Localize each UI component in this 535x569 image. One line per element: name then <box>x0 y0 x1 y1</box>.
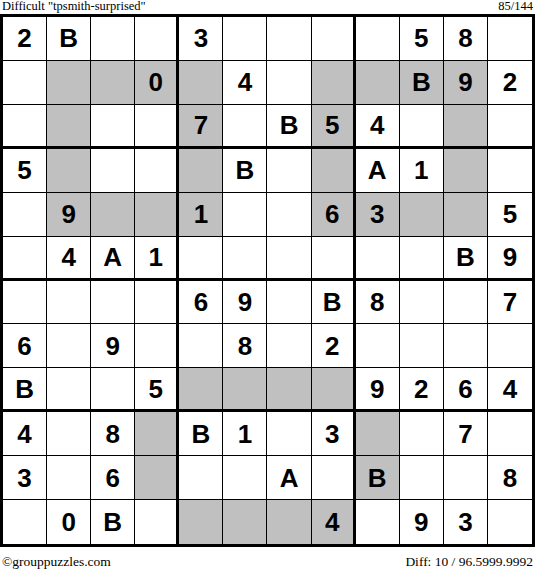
puzzle-number: 85/144 <box>498 0 533 13</box>
cell-r12c5[interactable] <box>179 500 223 544</box>
cell-r12c4[interactable] <box>135 500 179 544</box>
cell-r2c5[interactable] <box>179 61 223 105</box>
cell-r1c9[interactable] <box>356 17 400 61</box>
cell-r1c8[interactable] <box>312 17 356 61</box>
difficulty-rating: Diff: 10 / 96.5999.9992 <box>405 554 533 569</box>
cell-r8c11[interactable] <box>444 324 488 368</box>
cell-r6c10[interactable] <box>400 237 444 281</box>
cell-r9c9[interactable]: 9 <box>356 368 400 412</box>
cell-r2c3[interactable] <box>91 61 135 105</box>
cell-r3c9[interactable]: 4 <box>356 105 400 149</box>
cell-r1c6[interactable] <box>223 17 267 61</box>
cell-r1c2[interactable]: B <box>47 17 91 61</box>
cell-r8c1[interactable]: 6 <box>3 324 47 368</box>
cell-r10c7[interactable] <box>267 412 311 456</box>
cell-r9c2[interactable] <box>47 368 91 412</box>
cell-r6c6[interactable] <box>223 237 267 281</box>
header: Difficult "tpsmith-surprised" 85/144 <box>0 0 535 14</box>
cell-r7c10[interactable] <box>400 281 444 325</box>
cell-r3c4[interactable] <box>135 105 179 149</box>
cell-r2c8[interactable] <box>312 61 356 105</box>
cell-r2c9[interactable] <box>356 61 400 105</box>
cell-r9c7[interactable] <box>267 368 311 412</box>
cell-r8c5[interactable] <box>179 324 223 368</box>
cell-r8c10[interactable] <box>400 324 444 368</box>
sudoku-board: 2B35804B927B545BA1916354A1B969B876982B59… <box>0 14 535 547</box>
cell-r4c11[interactable] <box>444 149 488 193</box>
cell-r3c5[interactable]: 7 <box>179 105 223 149</box>
cell-r11c4[interactable] <box>135 456 179 500</box>
cell-r7c8[interactable]: B <box>312 281 356 325</box>
cell-r9c12[interactable]: 4 <box>488 368 532 412</box>
cell-r9c4[interactable]: 5 <box>135 368 179 412</box>
cell-r8c12[interactable] <box>488 324 532 368</box>
cell-r10c12[interactable] <box>488 412 532 456</box>
cell-r7c11[interactable] <box>444 281 488 325</box>
cell-r5c12[interactable]: 5 <box>488 193 532 237</box>
cell-r4c6[interactable]: B <box>223 149 267 193</box>
cell-r6c8[interactable] <box>312 237 356 281</box>
cell-r6c5[interactable] <box>179 237 223 281</box>
cell-r7c7[interactable] <box>267 281 311 325</box>
cell-r9c6[interactable] <box>223 368 267 412</box>
cell-r8c3[interactable]: 9 <box>91 324 135 368</box>
cell-r5c11[interactable] <box>444 193 488 237</box>
cell-r3c2[interactable] <box>47 105 91 149</box>
cell-r11c10[interactable] <box>400 456 444 500</box>
cell-r7c2[interactable] <box>47 281 91 325</box>
cell-r3c1[interactable] <box>3 105 47 149</box>
cell-r9c3[interactable] <box>91 368 135 412</box>
cell-r10c9[interactable] <box>356 412 400 456</box>
cell-r3c7[interactable]: B <box>267 105 311 149</box>
puzzle-title: Difficult "tpsmith-surprised" <box>2 0 146 13</box>
cell-r4c1[interactable]: 5 <box>3 149 47 193</box>
cell-r10c1[interactable]: 4 <box>3 412 47 456</box>
cell-r10c11[interactable]: 7 <box>444 412 488 456</box>
cell-r9c8[interactable] <box>312 368 356 412</box>
cell-r1c3[interactable] <box>91 17 135 61</box>
cell-r6c4[interactable]: 1 <box>135 237 179 281</box>
cell-r9c11[interactable]: 6 <box>444 368 488 412</box>
cell-r9c5[interactable] <box>179 368 223 412</box>
cell-r11c11[interactable] <box>444 456 488 500</box>
cell-r4c9[interactable]: A <box>356 149 400 193</box>
cell-r5c10[interactable] <box>400 193 444 237</box>
cell-r12c9[interactable] <box>356 500 400 544</box>
cell-r4c7[interactable] <box>267 149 311 193</box>
cell-r1c1[interactable]: 2 <box>3 17 47 61</box>
cell-r12c11[interactable]: 3 <box>444 500 488 544</box>
cell-r7c12[interactable]: 7 <box>488 281 532 325</box>
cell-r5c7[interactable] <box>267 193 311 237</box>
cell-r11c3[interactable]: 6 <box>91 456 135 500</box>
cell-r2c6[interactable]: 4 <box>223 61 267 105</box>
cell-r12c12[interactable] <box>488 500 532 544</box>
cell-r8c6[interactable]: 8 <box>223 324 267 368</box>
cell-r12c7[interactable] <box>267 500 311 544</box>
cell-r10c5[interactable]: B <box>179 412 223 456</box>
cell-r7c1[interactable] <box>3 281 47 325</box>
cell-r2c7[interactable] <box>267 61 311 105</box>
cell-r3c3[interactable] <box>91 105 135 149</box>
cell-r4c12[interactable] <box>488 149 532 193</box>
cell-r6c9[interactable] <box>356 237 400 281</box>
cell-r3c8[interactable]: 5 <box>312 105 356 149</box>
cell-r7c9[interactable]: 8 <box>356 281 400 325</box>
cell-r7c6[interactable]: 9 <box>223 281 267 325</box>
cell-r3c12[interactable] <box>488 105 532 149</box>
cell-r2c2[interactable] <box>47 61 91 105</box>
cell-r2c12[interactable]: 2 <box>488 61 532 105</box>
cell-r7c3[interactable] <box>91 281 135 325</box>
cell-r8c4[interactable] <box>135 324 179 368</box>
cell-r1c4[interactable] <box>135 17 179 61</box>
cell-r4c4[interactable] <box>135 149 179 193</box>
cell-r6c3[interactable]: A <box>91 237 135 281</box>
cell-r11c12[interactable]: 8 <box>488 456 532 500</box>
cell-r6c12[interactable]: 9 <box>488 237 532 281</box>
cell-r10c8[interactable]: 3 <box>312 412 356 456</box>
cell-r1c11[interactable]: 8 <box>444 17 488 61</box>
cell-r5c5[interactable]: 1 <box>179 193 223 237</box>
cell-r4c3[interactable] <box>91 149 135 193</box>
cell-r7c5[interactable]: 6 <box>179 281 223 325</box>
cell-r8c8[interactable]: 2 <box>312 324 356 368</box>
cell-r12c1[interactable] <box>3 500 47 544</box>
copyright: ©grouppuzzles.com <box>2 554 111 569</box>
cell-r1c12[interactable] <box>488 17 532 61</box>
cell-r9c10[interactable]: 2 <box>400 368 444 412</box>
cell-r6c2[interactable]: 4 <box>47 237 91 281</box>
cell-r5c2[interactable]: 9 <box>47 193 91 237</box>
cell-r10c6[interactable]: 1 <box>223 412 267 456</box>
cell-r3c6[interactable] <box>223 105 267 149</box>
cell-r10c3[interactable]: 8 <box>91 412 135 456</box>
cell-r7c4[interactable] <box>135 281 179 325</box>
cell-r8c9[interactable] <box>356 324 400 368</box>
cell-r11c8[interactable] <box>312 456 356 500</box>
cell-r12c10[interactable]: 9 <box>400 500 444 544</box>
cell-r2c11[interactable]: 9 <box>444 61 488 105</box>
cell-r6c1[interactable] <box>3 237 47 281</box>
cell-r2c1[interactable] <box>3 61 47 105</box>
cell-r11c9[interactable]: B <box>356 456 400 500</box>
cell-r5c1[interactable] <box>3 193 47 237</box>
cell-r11c1[interactable]: 3 <box>3 456 47 500</box>
cell-r12c2[interactable]: 0 <box>47 500 91 544</box>
cell-r4c2[interactable] <box>47 149 91 193</box>
cell-r8c2[interactable] <box>47 324 91 368</box>
cell-r3c10[interactable] <box>400 105 444 149</box>
cell-r11c7[interactable]: A <box>267 456 311 500</box>
cell-r6c7[interactable] <box>267 237 311 281</box>
cell-r1c7[interactable] <box>267 17 311 61</box>
cell-r6c11[interactable]: B <box>444 237 488 281</box>
cell-r4c5[interactable] <box>179 149 223 193</box>
cell-r12c8[interactable]: 4 <box>312 500 356 544</box>
cell-r10c10[interactable] <box>400 412 444 456</box>
cell-r3c11[interactable] <box>444 105 488 149</box>
cell-r2c10[interactable]: B <box>400 61 444 105</box>
cell-r10c2[interactable] <box>47 412 91 456</box>
cell-r5c8[interactable]: 6 <box>312 193 356 237</box>
footer: ©grouppuzzles.com Diff: 10 / 96.5999.999… <box>0 549 535 569</box>
cell-r11c2[interactable] <box>47 456 91 500</box>
cell-r5c9[interactable]: 3 <box>356 193 400 237</box>
cell-r11c5[interactable] <box>179 456 223 500</box>
cell-r4c10[interactable]: 1 <box>400 149 444 193</box>
cell-r1c5[interactable]: 3 <box>179 17 223 61</box>
cell-r9c1[interactable]: B <box>3 368 47 412</box>
cell-r5c4[interactable] <box>135 193 179 237</box>
cell-r8c7[interactable] <box>267 324 311 368</box>
cell-r1c10[interactable]: 5 <box>400 17 444 61</box>
cell-r11c6[interactable] <box>223 456 267 500</box>
cell-r12c6[interactable] <box>223 500 267 544</box>
cell-r4c8[interactable] <box>312 149 356 193</box>
cell-r12c3[interactable]: B <box>91 500 135 544</box>
cell-r10c4[interactable] <box>135 412 179 456</box>
cell-r2c4[interactable]: 0 <box>135 61 179 105</box>
cell-r5c3[interactable] <box>91 193 135 237</box>
cell-r5c6[interactable] <box>223 193 267 237</box>
